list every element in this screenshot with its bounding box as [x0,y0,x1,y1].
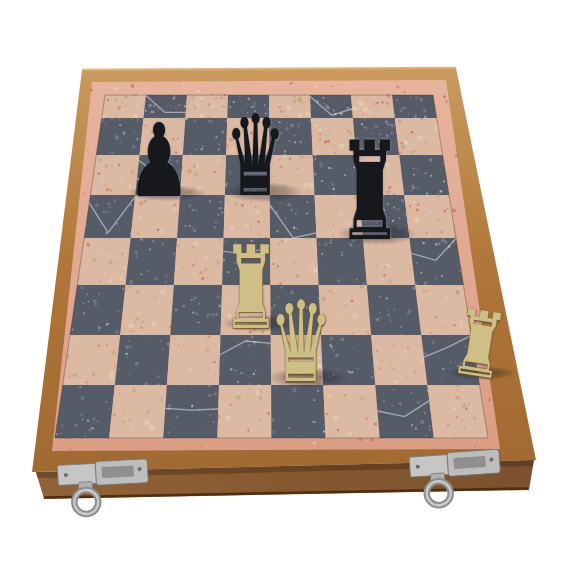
square-d1 [217,385,271,438]
square-g6 [356,155,404,195]
square-b1 [109,385,167,438]
square-e2 [271,335,323,385]
square-c1 [163,385,219,438]
square-g7 [353,118,399,155]
square-a8 [102,95,146,118]
square-a1 [55,385,115,438]
square-h5 [404,195,456,238]
square-f2 [321,335,375,385]
square-a6 [90,155,139,195]
square-f4 [317,238,367,285]
square-a3 [70,285,126,335]
square-c5 [177,195,225,238]
square-e3 [270,285,321,335]
square-b2 [115,335,171,385]
square-h8 [392,95,437,118]
square-c3 [170,285,222,335]
square-h6 [399,155,449,195]
square-g2 [371,335,427,385]
square-g8 [351,95,395,118]
square-b3 [120,285,174,335]
square-g4 [363,238,415,285]
square-g3 [367,285,421,335]
square-d6 [225,155,270,195]
square-e6 [269,155,314,195]
square-c2 [167,335,221,385]
square-d5 [224,195,270,238]
square-a7 [96,118,143,155]
chessboard-photo: ♟♛♜♜♛♜ chess [0,0,567,567]
square-f6 [313,155,360,195]
square-c6 [180,155,226,195]
square-c7 [183,118,227,155]
square-h1 [427,385,488,438]
square-f1 [323,385,380,438]
square-e1 [271,385,326,438]
square-f3 [319,285,371,335]
square-e7 [269,118,313,155]
square-h2 [421,335,479,385]
square-f7 [311,118,356,155]
square-g1 [375,385,434,438]
board-scene [0,0,567,567]
square-b4 [126,238,178,285]
square-f5 [315,195,363,238]
square-d4 [222,238,270,285]
